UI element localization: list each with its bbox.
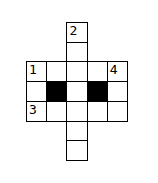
crossword-diagram: 2143 <box>0 0 158 183</box>
white-cell[interactable] <box>87 61 108 82</box>
clue-number: 3 <box>29 103 37 116</box>
white-cell[interactable]: 2 <box>66 22 87 43</box>
white-cell[interactable] <box>66 101 87 122</box>
clue-number: 1 <box>29 63 37 76</box>
white-cell[interactable] <box>66 140 87 161</box>
clue-number: 4 <box>110 63 118 76</box>
white-cell[interactable] <box>66 121 87 142</box>
white-cell[interactable] <box>107 101 128 122</box>
white-cell[interactable]: 4 <box>107 61 128 82</box>
white-cell[interactable] <box>87 101 108 122</box>
white-cell[interactable] <box>46 101 67 122</box>
white-cell[interactable] <box>26 81 47 102</box>
white-cell[interactable] <box>66 61 87 82</box>
white-cell[interactable]: 1 <box>26 61 47 82</box>
white-cell[interactable] <box>46 61 67 82</box>
black-cell <box>87 81 108 102</box>
white-cell[interactable] <box>107 81 128 102</box>
clue-number: 2 <box>69 24 77 37</box>
black-cell <box>46 81 67 102</box>
white-cell[interactable] <box>66 81 87 102</box>
white-cell[interactable] <box>66 42 87 63</box>
crossword-grid: 2143 <box>26 22 128 161</box>
white-cell[interactable]: 3 <box>26 101 47 122</box>
